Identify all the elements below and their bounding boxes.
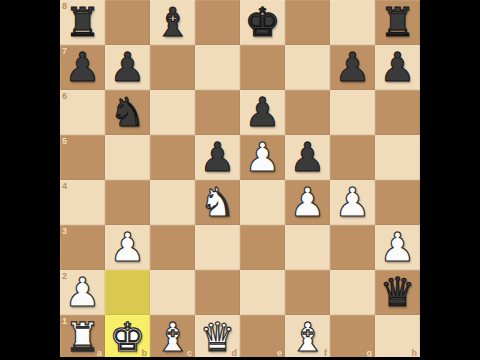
rank-label-6: 6 — [62, 92, 67, 101]
piece-black-pawn: ♟ — [375, 45, 420, 90]
square-d8[interactable] — [195, 0, 240, 45]
square-b4[interactable] — [105, 180, 150, 225]
square-f4[interactable]: ♟ — [285, 180, 330, 225]
square-b7[interactable]: ♟ — [105, 45, 150, 90]
square-a6[interactable]: 6 — [60, 90, 105, 135]
piece-black-pawn: ♟ — [60, 45, 105, 90]
square-a2[interactable]: 2♟ — [60, 270, 105, 315]
piece-white-king: ♚ — [105, 315, 150, 360]
chess-board: 8♜♝♚♜7♟♟♟♟6♞♟5♟♟♟4♞♟♟3♟♟2♟♛1a♜b♚c♝d♛ef♝g… — [60, 0, 420, 360]
square-c6[interactable] — [150, 90, 195, 135]
piece-black-king: ♚ — [240, 0, 285, 45]
rank-label-5: 5 — [62, 137, 67, 146]
square-f2[interactable] — [285, 270, 330, 315]
square-b8[interactable] — [105, 0, 150, 45]
square-g1[interactable]: g — [330, 315, 375, 360]
square-c8[interactable]: ♝ — [150, 0, 195, 45]
square-a5[interactable]: 5 — [60, 135, 105, 180]
square-b2[interactable] — [105, 270, 150, 315]
square-e8[interactable]: ♚ — [240, 0, 285, 45]
square-g3[interactable] — [330, 225, 375, 270]
square-c7[interactable] — [150, 45, 195, 90]
piece-white-pawn: ♟ — [375, 225, 420, 270]
rank-label-4: 4 — [62, 182, 67, 191]
piece-black-pawn: ♟ — [105, 45, 150, 90]
video-frame: 8♜♝♚♜7♟♟♟♟6♞♟5♟♟♟4♞♟♟3♟♟2♟♛1a♜b♚c♝d♛ef♝g… — [0, 0, 480, 360]
piece-white-bishop: ♝ — [150, 315, 195, 360]
square-h5[interactable] — [375, 135, 420, 180]
square-h7[interactable]: ♟ — [375, 45, 420, 90]
square-g5[interactable] — [330, 135, 375, 180]
piece-black-pawn: ♟ — [240, 90, 285, 135]
square-h3[interactable]: ♟ — [375, 225, 420, 270]
square-c4[interactable] — [150, 180, 195, 225]
piece-white-pawn: ♟ — [285, 180, 330, 225]
square-e2[interactable] — [240, 270, 285, 315]
square-b5[interactable] — [105, 135, 150, 180]
square-c3[interactable] — [150, 225, 195, 270]
piece-black-pawn: ♟ — [285, 135, 330, 180]
square-d2[interactable] — [195, 270, 240, 315]
square-a1[interactable]: 1a♜ — [60, 315, 105, 360]
square-h1[interactable]: h — [375, 315, 420, 360]
square-d6[interactable] — [195, 90, 240, 135]
square-e5[interactable]: ♟ — [240, 135, 285, 180]
piece-white-pawn: ♟ — [105, 225, 150, 270]
square-f6[interactable] — [285, 90, 330, 135]
piece-white-bishop: ♝ — [285, 315, 330, 360]
square-a3[interactable]: 3 — [60, 225, 105, 270]
square-d1[interactable]: d♛ — [195, 315, 240, 360]
square-g4[interactable]: ♟ — [330, 180, 375, 225]
piece-black-pawn: ♟ — [195, 135, 240, 180]
square-d4[interactable]: ♞ — [195, 180, 240, 225]
square-g2[interactable] — [330, 270, 375, 315]
square-h4[interactable] — [375, 180, 420, 225]
square-h6[interactable] — [375, 90, 420, 135]
square-a4[interactable]: 4 — [60, 180, 105, 225]
rank-label-3: 3 — [62, 227, 67, 236]
square-a8[interactable]: 8♜ — [60, 0, 105, 45]
square-f7[interactable] — [285, 45, 330, 90]
square-c2[interactable] — [150, 270, 195, 315]
piece-white-pawn: ♟ — [330, 180, 375, 225]
square-e3[interactable] — [240, 225, 285, 270]
piece-black-knight: ♞ — [105, 90, 150, 135]
piece-black-pawn: ♟ — [330, 45, 375, 90]
rank-label-8: 8 — [62, 2, 67, 11]
square-e1[interactable]: e — [240, 315, 285, 360]
square-f5[interactable]: ♟ — [285, 135, 330, 180]
square-d7[interactable] — [195, 45, 240, 90]
rank-label-7: 7 — [62, 47, 67, 56]
square-c1[interactable]: c♝ — [150, 315, 195, 360]
square-e4[interactable] — [240, 180, 285, 225]
piece-black-queen: ♛ — [375, 270, 420, 315]
square-g6[interactable] — [330, 90, 375, 135]
square-d3[interactable] — [195, 225, 240, 270]
square-a7[interactable]: 7♟ — [60, 45, 105, 90]
rank-label-1: 1 — [62, 317, 67, 326]
piece-black-bishop: ♝ — [150, 0, 195, 45]
square-c5[interactable] — [150, 135, 195, 180]
square-b6[interactable]: ♞ — [105, 90, 150, 135]
square-d5[interactable]: ♟ — [195, 135, 240, 180]
square-f8[interactable] — [285, 0, 330, 45]
square-h2[interactable]: ♛ — [375, 270, 420, 315]
square-h8[interactable]: ♜ — [375, 0, 420, 45]
square-b3[interactable]: ♟ — [105, 225, 150, 270]
piece-black-rook: ♜ — [60, 0, 105, 45]
square-f1[interactable]: f♝ — [285, 315, 330, 360]
square-e6[interactable]: ♟ — [240, 90, 285, 135]
square-b1[interactable]: b♚ — [105, 315, 150, 360]
square-g7[interactable]: ♟ — [330, 45, 375, 90]
piece-white-rook: ♜ — [60, 315, 105, 360]
rank-label-2: 2 — [62, 272, 67, 281]
square-g8[interactable] — [330, 0, 375, 45]
square-e7[interactable] — [240, 45, 285, 90]
piece-white-pawn: ♟ — [60, 270, 105, 315]
piece-black-rook: ♜ — [375, 0, 420, 45]
piece-white-pawn: ♟ — [240, 135, 285, 180]
square-f3[interactable] — [285, 225, 330, 270]
piece-white-queen: ♛ — [195, 315, 240, 360]
piece-white-knight: ♞ — [195, 180, 240, 225]
